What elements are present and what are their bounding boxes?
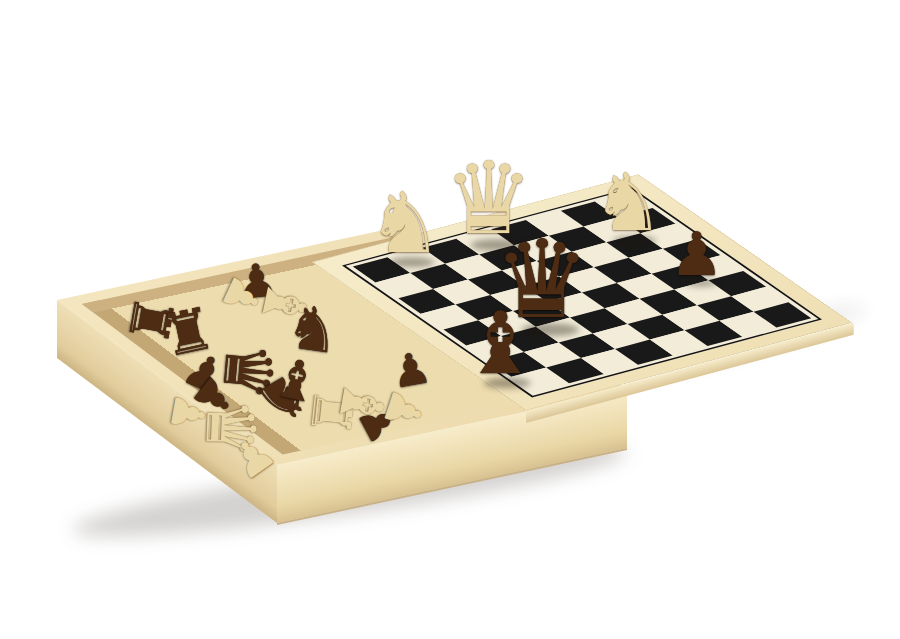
piece-shadow: [389, 257, 434, 267]
piece-shadow: [613, 236, 656, 246]
piece-shadow: [484, 378, 530, 388]
tray-piece-dark-pawn: ♟: [388, 345, 434, 395]
white-knight-b8: ♞: [367, 181, 442, 265]
piece-shadow: [685, 280, 717, 287]
black-bishop-b3: ♝: [462, 300, 539, 386]
white-knight-g6: ♞: [592, 163, 664, 243]
product-photo-chess-box: { "game": "chess", "scene": { "descripti…: [0, 0, 900, 639]
black-pawn-g4: ♟: [670, 225, 724, 285]
